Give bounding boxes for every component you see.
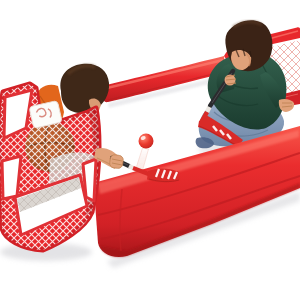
panel-hole-right: [83, 159, 96, 201]
left-stick-white-band: [129, 166, 133, 168]
right-stick-white-band: [207, 107, 210, 112]
panel-hole-left: [2, 156, 21, 199]
left-player-hand: [109, 154, 124, 169]
red-ball: [139, 134, 154, 149]
product-photo: [0, 0, 300, 300]
scene-svg: [0, 0, 300, 300]
